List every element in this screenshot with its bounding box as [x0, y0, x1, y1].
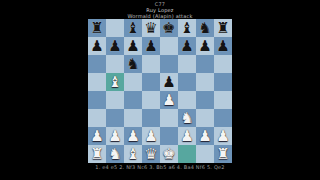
piece-black-pawn: ♟ [198, 37, 211, 55]
square-a6[interactable] [88, 55, 106, 73]
video-frame: C77 Ruy Lopez Wormald (Alapin) attack ♜♝… [0, 0, 320, 180]
square-f5[interactable] [178, 73, 196, 91]
piece-white-knight: ♞ [108, 145, 121, 163]
piece-black-pawn: ♟ [126, 37, 139, 55]
square-e1[interactable]: ♚ [160, 145, 178, 163]
piece-black-pawn: ♟ [108, 37, 121, 55]
piece-black-knight: ♞ [126, 55, 139, 73]
square-f2[interactable]: ♟ [178, 127, 196, 145]
square-f1[interactable] [178, 145, 196, 163]
square-d4[interactable] [142, 91, 160, 109]
square-b2[interactable]: ♟ [106, 127, 124, 145]
piece-white-pawn: ♟ [180, 127, 193, 145]
square-e5[interactable]: ♟ [160, 73, 178, 91]
square-g3[interactable] [196, 109, 214, 127]
square-b7[interactable]: ♟ [106, 37, 124, 55]
square-e2[interactable] [160, 127, 178, 145]
square-d3[interactable] [142, 109, 160, 127]
square-a5[interactable] [88, 73, 106, 91]
square-b5[interactable]: ♝ [106, 73, 124, 91]
square-h1[interactable]: ♜ [214, 145, 232, 163]
square-a8[interactable]: ♜ [88, 19, 106, 37]
square-f4[interactable] [178, 91, 196, 109]
square-e3[interactable] [160, 109, 178, 127]
square-d8[interactable]: ♛ [142, 19, 160, 37]
piece-white-pawn: ♟ [108, 127, 121, 145]
square-d1[interactable]: ♛ [142, 145, 160, 163]
piece-black-pawn: ♟ [90, 37, 103, 55]
piece-black-king: ♚ [162, 19, 175, 37]
square-g7[interactable]: ♟ [196, 37, 214, 55]
square-h3[interactable] [214, 109, 232, 127]
moves-caption: 1. e4 e5 2. Nf3 Nc6 3. Bb5 a6 4. Ba4 Nf6… [0, 164, 320, 170]
piece-black-pawn: ♟ [162, 73, 175, 91]
square-d5[interactable] [142, 73, 160, 91]
piece-white-bishop: ♝ [108, 73, 121, 91]
piece-white-pawn: ♟ [126, 127, 139, 145]
square-c6[interactable]: ♞ [124, 55, 142, 73]
piece-white-king: ♚ [162, 145, 175, 163]
square-d6[interactable] [142, 55, 160, 73]
piece-black-bishop: ♝ [180, 19, 193, 37]
square-g8[interactable]: ♞ [196, 19, 214, 37]
square-f6[interactable] [178, 55, 196, 73]
piece-white-knight: ♞ [180, 109, 193, 127]
square-h4[interactable] [214, 91, 232, 109]
square-c5[interactable] [124, 73, 142, 91]
piece-white-pawn: ♟ [216, 127, 229, 145]
square-g2[interactable]: ♟ [196, 127, 214, 145]
square-d2[interactable]: ♟ [142, 127, 160, 145]
piece-white-pawn: ♟ [198, 127, 211, 145]
square-h5[interactable] [214, 73, 232, 91]
square-e6[interactable] [160, 55, 178, 73]
piece-black-knight: ♞ [198, 19, 211, 37]
square-b4[interactable] [106, 91, 124, 109]
square-c8[interactable]: ♝ [124, 19, 142, 37]
piece-black-pawn: ♟ [144, 37, 157, 55]
square-a4[interactable] [88, 91, 106, 109]
square-b1[interactable]: ♞ [106, 145, 124, 163]
piece-black-rook: ♜ [90, 19, 103, 37]
square-c1[interactable]: ♝ [124, 145, 142, 163]
piece-white-pawn: ♟ [144, 127, 157, 145]
square-e4[interactable]: ♟ [160, 91, 178, 109]
piece-black-pawn: ♟ [180, 37, 193, 55]
square-c2[interactable]: ♟ [124, 127, 142, 145]
piece-black-rook: ♜ [216, 19, 229, 37]
piece-white-queen: ♛ [144, 145, 157, 163]
square-g4[interactable] [196, 91, 214, 109]
piece-white-rook: ♜ [90, 145, 103, 163]
square-d7[interactable]: ♟ [142, 37, 160, 55]
piece-white-pawn: ♟ [162, 91, 175, 109]
square-f7[interactable]: ♟ [178, 37, 196, 55]
square-f8[interactable]: ♝ [178, 19, 196, 37]
square-f3[interactable]: ♞ [178, 109, 196, 127]
square-a3[interactable] [88, 109, 106, 127]
square-a2[interactable]: ♟ [88, 127, 106, 145]
piece-white-rook: ♜ [216, 145, 229, 163]
square-h7[interactable]: ♟ [214, 37, 232, 55]
square-e8[interactable]: ♚ [160, 19, 178, 37]
square-c3[interactable] [124, 109, 142, 127]
piece-black-pawn: ♟ [216, 37, 229, 55]
square-a1[interactable]: ♜ [88, 145, 106, 163]
square-h8[interactable]: ♜ [214, 19, 232, 37]
square-c7[interactable]: ♟ [124, 37, 142, 55]
square-a7[interactable]: ♟ [88, 37, 106, 55]
square-h6[interactable] [214, 55, 232, 73]
square-g1[interactable] [196, 145, 214, 163]
opening-header: C77 Ruy Lopez Wormald (Alapin) attack [0, 1, 320, 19]
chess-board[interactable]: ♜♝♛♚♝♞♜♟♟♟♟♟♟♟♞♝♟♟♞♟♟♟♟♟♟♟♜♞♝♛♚♜ [88, 19, 232, 163]
piece-white-bishop: ♝ [126, 145, 139, 163]
square-b8[interactable] [106, 19, 124, 37]
square-b3[interactable] [106, 109, 124, 127]
square-g6[interactable] [196, 55, 214, 73]
piece-white-pawn: ♟ [90, 127, 103, 145]
square-c4[interactable] [124, 91, 142, 109]
square-b6[interactable] [106, 55, 124, 73]
piece-black-queen: ♛ [144, 19, 157, 37]
square-h2[interactable]: ♟ [214, 127, 232, 145]
square-e7[interactable] [160, 37, 178, 55]
square-g5[interactable] [196, 73, 214, 91]
piece-black-bishop: ♝ [126, 19, 139, 37]
